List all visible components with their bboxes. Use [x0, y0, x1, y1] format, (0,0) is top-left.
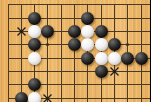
black-stone[interactable]: [95, 25, 108, 38]
black-stone[interactable]: [121, 52, 134, 65]
black-stone[interactable]: [81, 12, 94, 25]
grid-line-horizontal: [8, 71, 151, 72]
grid-line-vertical: [74, 4, 75, 102]
white-stone[interactable]: [81, 38, 94, 51]
black-stone[interactable]: [68, 38, 81, 51]
white-stone[interactable]: [28, 92, 41, 102]
white-stone[interactable]: [28, 25, 41, 38]
black-stone[interactable]: [68, 25, 81, 38]
black-stone[interactable]: [81, 52, 94, 65]
x-mark-icon[interactable]: [16, 26, 27, 37]
black-stone[interactable]: [15, 92, 28, 102]
black-stone[interactable]: [41, 25, 54, 38]
black-stone[interactable]: [28, 12, 41, 25]
x-mark-glyph: [42, 93, 53, 102]
white-stone[interactable]: [81, 25, 94, 38]
grid-line-vertical: [21, 4, 22, 102]
grid-line-horizontal: [8, 4, 151, 5]
go-board[interactable]: [0, 0, 150, 102]
x-mark-glyph: [109, 66, 120, 77]
x-mark-icon[interactable]: [42, 93, 53, 102]
black-stone[interactable]: [95, 65, 108, 78]
white-stone[interactable]: [108, 52, 121, 65]
grid-line-vertical: [61, 4, 62, 102]
black-stone[interactable]: [28, 78, 41, 91]
black-stone[interactable]: [108, 38, 121, 51]
white-stone[interactable]: [95, 52, 108, 65]
grid-line-vertical: [47, 4, 48, 102]
black-stone[interactable]: [28, 38, 41, 51]
white-stone[interactable]: [95, 38, 108, 51]
x-mark-icon[interactable]: [109, 66, 120, 77]
grid-line-vertical: [8, 4, 9, 102]
black-stone[interactable]: [135, 52, 148, 65]
white-stone[interactable]: [28, 52, 41, 65]
x-mark-glyph: [16, 26, 27, 37]
